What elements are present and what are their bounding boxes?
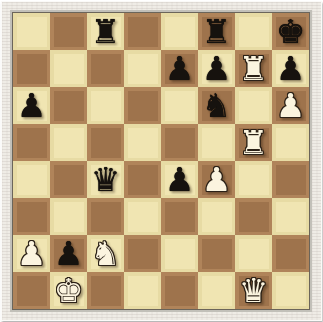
piece-black-pawn: ♟ <box>276 50 306 87</box>
square-a4[interactable] <box>13 161 50 198</box>
square-d2[interactable] <box>124 235 161 272</box>
piece-black-rook: ♜ <box>91 13 121 50</box>
square-b4[interactable] <box>50 161 87 198</box>
square-h1[interactable] <box>272 272 309 309</box>
square-g4[interactable] <box>235 161 272 198</box>
square-d3[interactable] <box>124 198 161 235</box>
square-e6[interactable] <box>161 87 198 124</box>
square-f5[interactable] <box>198 124 235 161</box>
square-g3[interactable] <box>235 198 272 235</box>
piece-black-queen: ♛ <box>91 161 121 198</box>
square-c8[interactable]: ♜ <box>87 13 124 50</box>
square-d8[interactable] <box>124 13 161 50</box>
square-a6[interactable]: ♟ <box>13 87 50 124</box>
square-b3[interactable] <box>50 198 87 235</box>
square-g6[interactable] <box>235 87 272 124</box>
square-g8[interactable] <box>235 13 272 50</box>
square-a7[interactable] <box>13 50 50 87</box>
square-c1[interactable] <box>87 272 124 309</box>
square-b5[interactable] <box>50 124 87 161</box>
piece-white-pawn: ♟ <box>276 87 306 124</box>
piece-black-pawn: ♟ <box>165 161 195 198</box>
piece-white-queen: ♛ <box>239 272 269 309</box>
square-f2[interactable] <box>198 235 235 272</box>
square-h7[interactable]: ♟ <box>272 50 309 87</box>
piece-black-king: ♚ <box>276 13 306 50</box>
piece-black-pawn: ♟ <box>165 50 195 87</box>
piece-black-rook: ♜ <box>202 13 232 50</box>
square-f1[interactable] <box>198 272 235 309</box>
square-d4[interactable] <box>124 161 161 198</box>
square-f8[interactable]: ♜ <box>198 13 235 50</box>
square-f3[interactable] <box>198 198 235 235</box>
square-f6[interactable]: ♞ <box>198 87 235 124</box>
square-d6[interactable] <box>124 87 161 124</box>
square-b8[interactable] <box>50 13 87 50</box>
square-a2[interactable]: ♟ <box>13 235 50 272</box>
piece-black-pawn: ♟ <box>54 235 84 272</box>
square-f7[interactable]: ♟ <box>198 50 235 87</box>
square-g5[interactable]: ♜ <box>235 124 272 161</box>
piece-white-pawn: ♟ <box>17 235 47 272</box>
square-h8[interactable]: ♚ <box>272 13 309 50</box>
square-c4[interactable]: ♛ <box>87 161 124 198</box>
square-e7[interactable]: ♟ <box>161 50 198 87</box>
square-a1[interactable] <box>13 272 50 309</box>
square-a3[interactable] <box>13 198 50 235</box>
square-d5[interactable] <box>124 124 161 161</box>
piece-black-pawn: ♟ <box>202 50 232 87</box>
piece-white-pawn: ♟ <box>202 161 232 198</box>
square-b2[interactable]: ♟ <box>50 235 87 272</box>
square-e5[interactable] <box>161 124 198 161</box>
square-c6[interactable] <box>87 87 124 124</box>
square-h3[interactable] <box>272 198 309 235</box>
square-e2[interactable] <box>161 235 198 272</box>
square-h6[interactable]: ♟ <box>272 87 309 124</box>
square-e8[interactable] <box>161 13 198 50</box>
piece-white-king: ♚ <box>54 272 84 309</box>
square-h2[interactable] <box>272 235 309 272</box>
square-e4[interactable]: ♟ <box>161 161 198 198</box>
piece-white-rook: ♜ <box>239 124 269 161</box>
square-c7[interactable] <box>87 50 124 87</box>
square-c5[interactable] <box>87 124 124 161</box>
piece-black-pawn: ♟ <box>17 87 47 124</box>
square-b7[interactable] <box>50 50 87 87</box>
square-f4[interactable]: ♟ <box>198 161 235 198</box>
square-h4[interactable] <box>272 161 309 198</box>
square-g1[interactable]: ♛ <box>235 272 272 309</box>
square-h5[interactable] <box>272 124 309 161</box>
square-c3[interactable] <box>87 198 124 235</box>
square-a5[interactable] <box>13 124 50 161</box>
square-g2[interactable] <box>235 235 272 272</box>
square-d7[interactable] <box>124 50 161 87</box>
square-g7[interactable]: ♜ <box>235 50 272 87</box>
chess-board: ♜♜♚♟♟♜♟♟♞♟♜♛♟♟♟♟♞♚♛ <box>12 12 310 310</box>
piece-black-knight: ♞ <box>202 87 232 124</box>
square-d1[interactable] <box>124 272 161 309</box>
square-a8[interactable] <box>13 13 50 50</box>
square-e1[interactable] <box>161 272 198 309</box>
square-b6[interactable] <box>50 87 87 124</box>
square-b1[interactable]: ♚ <box>50 272 87 309</box>
piece-white-knight: ♞ <box>91 235 121 272</box>
square-e3[interactable] <box>161 198 198 235</box>
piece-white-rook: ♜ <box>239 50 269 87</box>
square-c2[interactable]: ♞ <box>87 235 124 272</box>
board-frame: ♜♜♚♟♟♜♟♟♞♟♜♛♟♟♟♟♞♚♛ <box>1 1 322 321</box>
